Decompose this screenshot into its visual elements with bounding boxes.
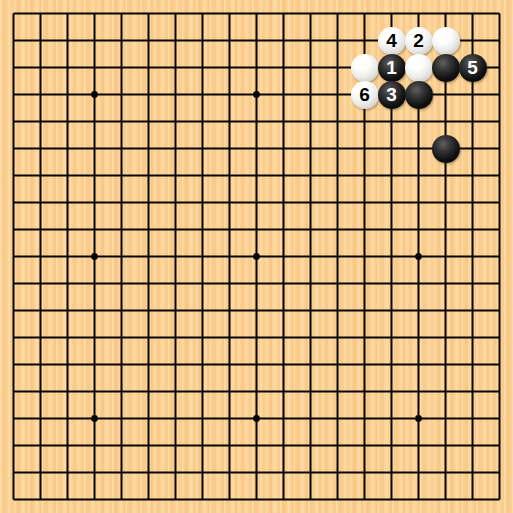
move-number-label: 2 [413, 31, 424, 50]
move-number-label: 5 [467, 58, 478, 77]
go-board[interactable]: 421563 [0, 0, 513, 513]
white-stone-Q18 [432, 27, 460, 55]
black-stone-Q14 [432, 135, 460, 163]
star-point [91, 415, 98, 422]
black-stone-P16 [405, 81, 433, 109]
white-stone-N16: 6 [351, 81, 379, 109]
star-point [91, 253, 98, 260]
black-stone-R17: 5 [459, 54, 487, 82]
move-number-label: 1 [386, 58, 397, 77]
star-point [253, 91, 260, 98]
white-stone-P17 [405, 54, 433, 82]
star-point [415, 253, 422, 260]
black-stone-O17: 1 [378, 54, 406, 82]
white-stone-O18: 4 [378, 27, 406, 55]
white-stone-N17 [351, 54, 379, 82]
move-number-label: 4 [386, 31, 397, 50]
star-point [415, 415, 422, 422]
white-stone-P18: 2 [405, 27, 433, 55]
move-number-label: 6 [359, 85, 370, 104]
move-number-label: 3 [386, 85, 397, 104]
star-point [91, 91, 98, 98]
black-stone-O16: 3 [378, 81, 406, 109]
star-point [253, 415, 260, 422]
star-point [253, 253, 260, 260]
black-stone-Q17 [432, 54, 460, 82]
